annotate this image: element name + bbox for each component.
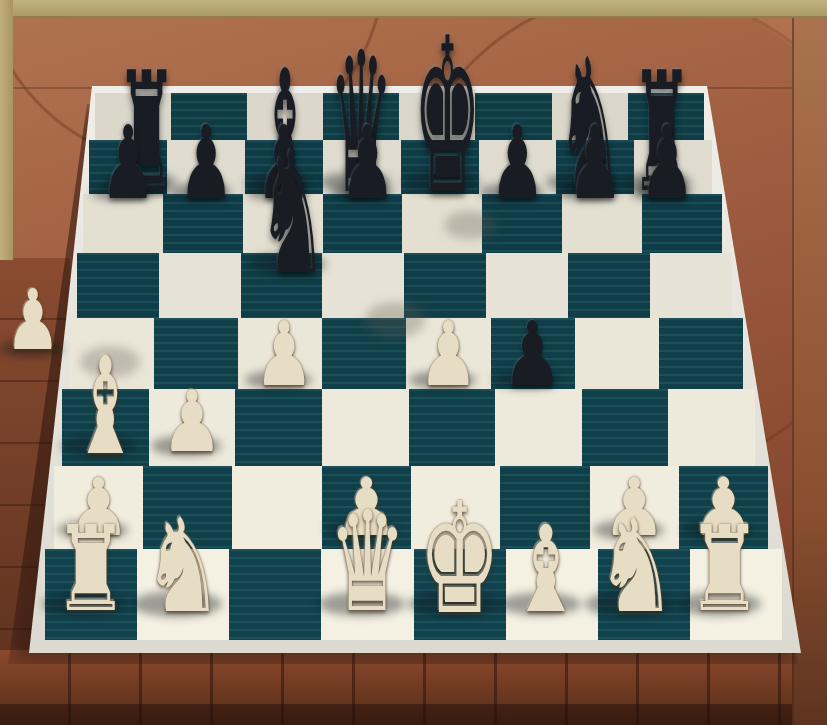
square-c1[interactable] <box>229 549 321 640</box>
piece-white-king-e1[interactable]: ♚ <box>418 532 501 624</box>
piece-white-pawn-b3[interactable]: ♟ <box>161 393 223 462</box>
piece-white-bishop-a3[interactable]: ♝ <box>71 388 139 464</box>
captured-white-pawn: ♟ <box>5 297 61 359</box>
square-h3[interactable] <box>668 389 755 466</box>
square-h4[interactable] <box>659 318 743 389</box>
piece-black-pawn-h7[interactable]: ♟ <box>639 145 695 207</box>
square-b5[interactable] <box>159 253 241 318</box>
piece-white-pawn-e4[interactable]: ♟ <box>418 329 478 396</box>
piece-black-king-e8[interactable]: ♚ <box>413 124 481 200</box>
square-g3[interactable] <box>582 389 669 466</box>
piece-white-bishop-f1[interactable]: ♝ <box>510 542 583 623</box>
chess-game-scene: ♜♝♛♚♞♜♟♟♟♟♟♟♟♞♟♟♟♝♟♟♟♟♟♜♞♛♚♝♞♜♟ <box>0 0 827 725</box>
piece-black-pawn-b7[interactable]: ♟ <box>178 145 234 207</box>
square-d4[interactable] <box>322 318 406 389</box>
square-g4[interactable] <box>575 318 659 389</box>
square-c2[interactable] <box>232 466 321 549</box>
piece-white-queen-d1[interactable]: ♛ <box>328 536 407 624</box>
piece-white-knight-g1[interactable]: ♞ <box>596 534 677 624</box>
square-d3[interactable] <box>322 389 409 466</box>
piece-black-knight-c6[interactable]: ♞ <box>258 204 328 282</box>
piece-black-pawn-f7[interactable]: ♟ <box>490 145 546 207</box>
piece-black-pawn-g7[interactable]: ♟ <box>567 145 623 207</box>
square-d5[interactable] <box>322 253 404 318</box>
square-a5[interactable] <box>77 253 159 318</box>
piece-white-rook-a1[interactable]: ♜ <box>53 538 129 623</box>
square-h5[interactable] <box>650 253 732 318</box>
piece-white-pawn-c4[interactable]: ♟ <box>254 329 314 396</box>
piece-white-rook-h1[interactable]: ♜ <box>686 538 762 623</box>
piece-black-pawn-a7[interactable]: ♟ <box>100 145 156 207</box>
piece-black-pawn-d7[interactable]: ♟ <box>340 145 396 207</box>
piece-white-knight-b1[interactable]: ♞ <box>143 534 224 624</box>
rank-row-5 <box>77 253 732 318</box>
square-g5[interactable] <box>568 253 650 318</box>
piece-black-pawn-f4[interactable]: ♟ <box>502 329 562 396</box>
